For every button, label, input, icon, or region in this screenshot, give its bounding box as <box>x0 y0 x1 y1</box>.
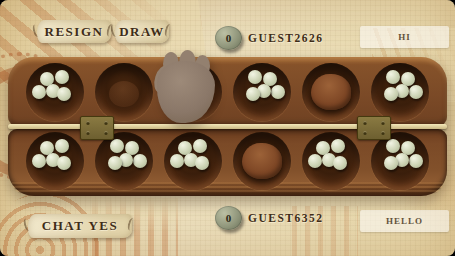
pit-hollow <box>371 132 429 190</box>
pit-carved-bottom <box>109 81 139 107</box>
top-player-score-stone: 0 <box>215 26 242 50</box>
seed <box>55 70 69 84</box>
bottom-player-score-stone: 0 <box>215 206 242 230</box>
bottom-player-name: GUEST6352 <box>248 212 324 224</box>
seed <box>271 85 285 99</box>
seed <box>108 156 122 170</box>
seed <box>57 156 71 170</box>
pit-bottom-5[interactable] <box>297 127 366 197</box>
pit-bottom-3[interactable] <box>158 127 227 197</box>
seed <box>133 154 147 168</box>
seed <box>193 139 207 153</box>
pit-carved-bottom <box>311 74 351 110</box>
seed <box>248 70 262 84</box>
seed <box>308 154 322 168</box>
pit-bottom-4[interactable] <box>227 127 296 197</box>
pit-hollow <box>302 63 360 121</box>
pit-hollow <box>233 132 291 190</box>
hinge-right <box>357 116 391 140</box>
seed <box>57 87 71 101</box>
draw-button[interactable]: DRAW <box>115 20 169 43</box>
pit-top-1[interactable] <box>20 57 89 127</box>
seed <box>333 156 347 170</box>
mancala-board <box>8 57 447 196</box>
seed <box>331 139 345 153</box>
top-player-name: GUEST2626 <box>248 32 324 44</box>
seed <box>384 87 398 101</box>
pit-top-5[interactable] <box>297 57 366 127</box>
seed <box>32 154 46 168</box>
seed <box>110 139 124 153</box>
bottom-player-chat-message: HELLO <box>360 210 449 232</box>
seed <box>195 156 209 170</box>
pit-hollow <box>26 63 84 121</box>
hand-palm <box>157 61 215 123</box>
seed <box>384 156 398 170</box>
seed <box>409 154 423 168</box>
pit-top-4[interactable] <box>227 57 296 127</box>
resign-button[interactable]: RESIGN <box>37 20 111 43</box>
pit-hollow <box>164 132 222 190</box>
pit-hollow <box>233 63 291 121</box>
hand-cursor <box>156 51 220 127</box>
seed <box>32 85 46 99</box>
game-screen: RESIGN DRAW 0 GUEST2626 HI CHAT YES 0 GU… <box>0 0 455 256</box>
seed <box>55 139 69 153</box>
pit-hollow <box>26 132 84 190</box>
seed <box>409 85 423 99</box>
pit-carved-bottom <box>242 143 282 179</box>
seed <box>386 139 400 153</box>
pit-bottom-1[interactable] <box>20 127 89 197</box>
hinge-left <box>80 116 114 140</box>
pit-hollow <box>95 63 153 121</box>
chat-toggle-button[interactable]: CHAT YES <box>28 214 132 238</box>
pit-hollow <box>371 63 429 121</box>
seed <box>246 87 260 101</box>
seed <box>386 70 400 84</box>
pit-hollow <box>95 132 153 190</box>
pit-hollow <box>302 132 360 190</box>
top-player-chat-message: HI <box>360 26 449 48</box>
seed <box>170 154 184 168</box>
